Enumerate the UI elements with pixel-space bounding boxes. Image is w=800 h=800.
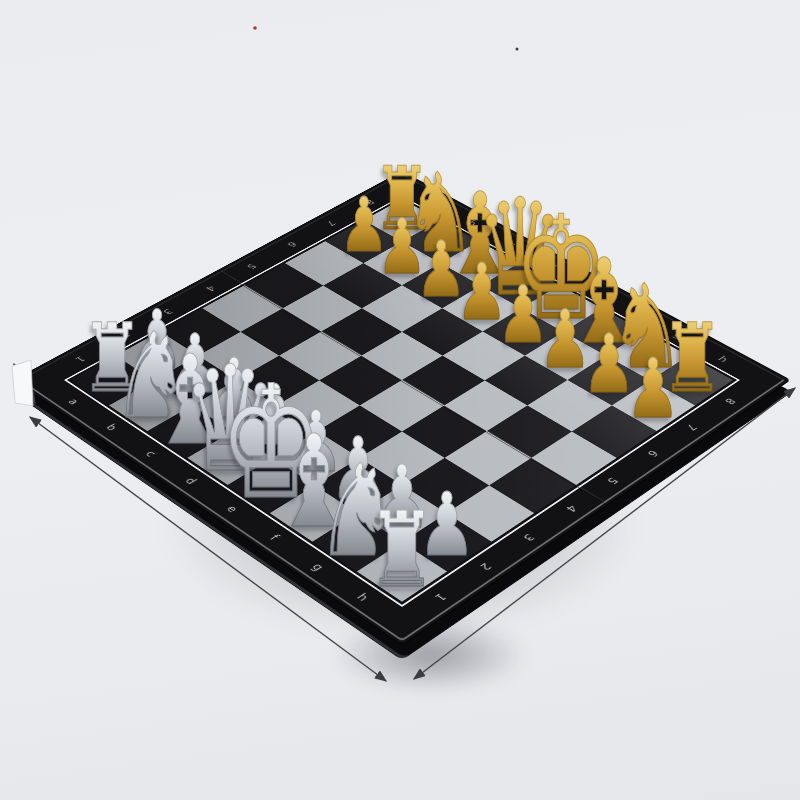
rank-label-4: 4: [534, 485, 610, 533]
rank-labels-h-side: 87654321: [402, 380, 765, 624]
rank-label-5: 5: [576, 458, 651, 505]
file-label-e: e: [195, 485, 269, 533]
square-h7: [611, 380, 695, 431]
square-h1: [357, 542, 448, 602]
square-e4: [360, 380, 444, 431]
rank-label-1: 1: [402, 571, 480, 623]
square-h4: [489, 458, 576, 513]
square-d3: [276, 380, 360, 431]
square-c2: [193, 380, 277, 431]
square-h2: [402, 513, 492, 571]
file-label-g: g: [280, 542, 357, 593]
square-b1: [109, 380, 193, 431]
rank-label-6: 6: [616, 431, 690, 477]
file-label-h: h: [324, 571, 402, 623]
square-e3: [317, 405, 402, 457]
square-f5: [444, 380, 528, 431]
square-g1: [312, 513, 402, 571]
square-f1: [269, 485, 357, 542]
rank-label-7: 7: [656, 405, 729, 449]
square-f4: [402, 405, 487, 457]
rank-label-8: 8: [694, 380, 766, 423]
red-speck: [253, 26, 257, 30]
product-photo-chess-set: abcdefgh abcdefgh 87654321 87654321 ♜♞♝♛…: [0, 0, 800, 800]
square-e2: [273, 431, 359, 485]
square-f3: [359, 431, 445, 485]
file-label-f: f: [237, 513, 312, 562]
square-d2: [232, 405, 317, 457]
chess-board: abcdefgh abcdefgh 87654321 87654321: [13, 171, 791, 646]
rank-label-2: 2: [447, 542, 524, 593]
board-squares: [71, 199, 733, 601]
square-h6: [572, 405, 657, 457]
square-g2: [358, 485, 446, 542]
rank-label-3: 3: [491, 513, 568, 562]
square-h5: [531, 431, 617, 485]
board-frame: abcdefgh abcdefgh 87654321 87654321: [13, 171, 791, 646]
square-h3: [446, 485, 534, 542]
file-labels-white-side: abcdefgh: [39, 380, 402, 624]
square-g5: [487, 405, 572, 457]
dark-speck: [516, 48, 519, 51]
square-c1: [147, 405, 232, 457]
square-g6: [528, 380, 612, 431]
square-g3: [402, 458, 489, 513]
square-f2: [315, 458, 402, 513]
square-d1: [187, 431, 273, 485]
square-g4: [445, 431, 531, 485]
square-e1: [228, 458, 315, 513]
